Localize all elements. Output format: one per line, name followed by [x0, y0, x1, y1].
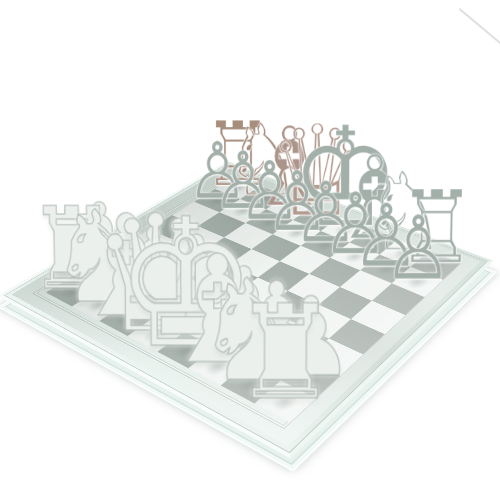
board-grid: ♜♟♙♖♞♟♙♘♝♟♙♗♛♟♙♕♚♟♙♔♝♟♙♗♞♟♙♘♜♟♙♖ [46, 177, 461, 423]
background-crease-line [459, 8, 500, 56]
chess-piece-glyph: ♙ [383, 205, 454, 293]
square-h1: ♜ [255, 381, 316, 423]
chess-piece-glyph: ♜ [233, 288, 337, 418]
photo-scene: ♜♟♙♖♞♟♙♘♝♟♙♗♛♟♙♕♚♟♙♔♝♟♙♗♞♟♙♘♜♟♙♖ [0, 0, 500, 487]
board-frame: ♜♟♙♖♞♟♙♘♝♟♙♗♛♟♙♕♚♟♙♔♝♟♙♗♞♟♙♘♜♟♙♖ [0, 161, 493, 459]
chess-board: ♜♟♙♖♞♟♙♘♝♟♙♗♛♟♙♕♚♟♙♔♝♟♙♗♞♟♙♘♜♟♙♖ [0, 161, 493, 459]
square-h7: ♙ [392, 267, 443, 297]
